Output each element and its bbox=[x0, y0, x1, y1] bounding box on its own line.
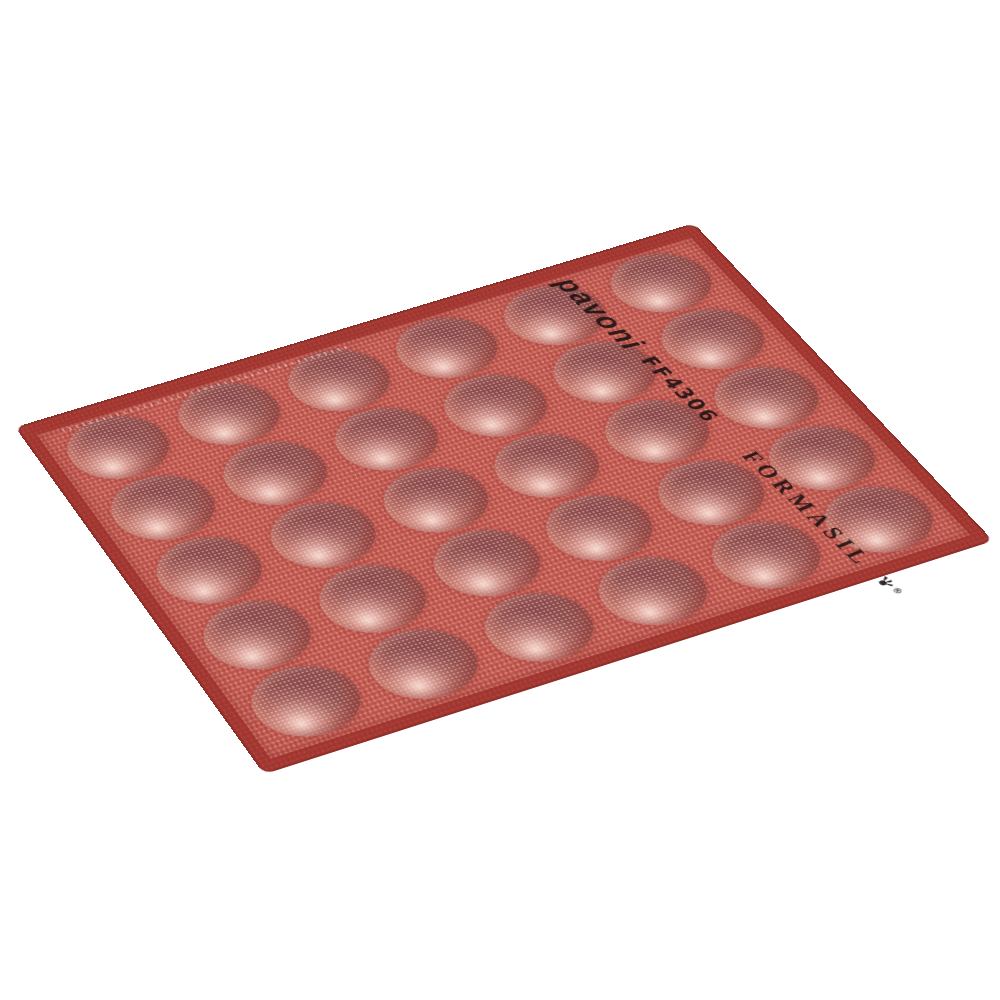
pavoni-peacock-logo-icon: ® bbox=[871, 573, 905, 597]
silicone-mold-sheet: pavoni FF4306 FORMASIL ® bbox=[18, 225, 990, 772]
cavity-grid bbox=[41, 239, 963, 754]
photo-background: pavoni FF4306 FORMASIL ® bbox=[0, 0, 1000, 1000]
